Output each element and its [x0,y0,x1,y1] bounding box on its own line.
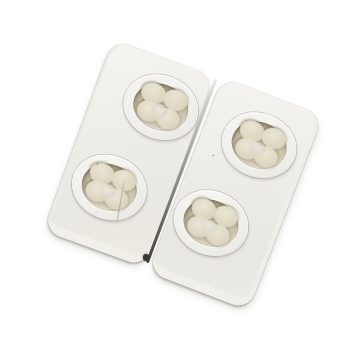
clover-recess [75,156,143,218]
right-tile-top-socket [212,102,306,189]
product-photo [0,0,350,350]
clover-flower [75,156,143,218]
right-tile-bottom-socket [164,180,258,267]
clover-flower [127,76,195,138]
gap-shadow-dot [143,254,149,261]
left-tile-bottom-socket [63,144,156,230]
clover-flower [225,114,294,177]
clover-flower [177,192,246,255]
clover-recess [127,76,195,138]
clover-recess [177,192,246,255]
surface-speck [212,154,215,157]
clover-recess [225,114,294,177]
